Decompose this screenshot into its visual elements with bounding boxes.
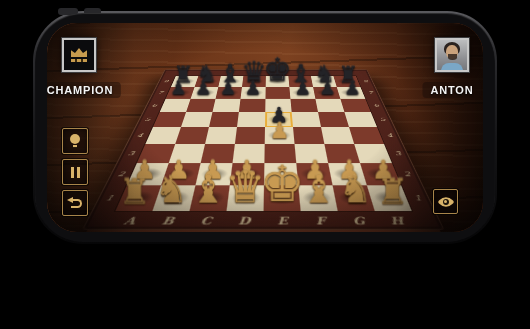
file-label-b: B xyxy=(147,215,188,227)
rank-label-4: 4 xyxy=(379,133,400,138)
piece-black-pawn-h7[interactable]: ♟ xyxy=(337,87,366,99)
rank-label-5: 5 xyxy=(373,117,393,122)
player-right-name: ANTON xyxy=(423,82,482,98)
file-labels: ABCDEFGH xyxy=(108,213,419,228)
board-pieces: ♜♞♝♛♚♝♞♜♟♟♟♟♟♟♟♟♟♟♟♟♟♟♟♟♜♞♝♛♚♝♞♜ xyxy=(115,76,411,211)
board-scene: ♜♞♝♛♚♝♞♜♟♟♟♟♟♟♟♟♟♟♟♟♟♟♟♟♜♞♝♛♚♝♞♜ ABCDEFG… xyxy=(47,23,483,232)
player-left-name: CHAMPION xyxy=(47,82,121,98)
file-label-h: H xyxy=(376,215,418,227)
file-label-a: A xyxy=(109,215,152,227)
player-photo xyxy=(437,40,467,70)
rank-label-6: 6 xyxy=(367,103,385,107)
lightbulb-icon xyxy=(70,134,81,148)
chess-board: ♜♞♝♛♚♝♞♜♟♟♟♟♟♟♟♟♟♟♟♟♟♟♟♟♜♞♝♛♚♝♞♜ ABCDEFG… xyxy=(82,70,445,230)
player-left-avatar xyxy=(62,38,96,72)
player-right-avatar xyxy=(435,38,469,72)
eye-icon xyxy=(437,193,454,210)
crown-icon xyxy=(70,48,88,62)
file-label-d: D xyxy=(225,215,264,227)
piece-white-rook-h1[interactable]: ♜ xyxy=(367,185,412,211)
view-button[interactable] xyxy=(433,189,458,214)
piece-black-pawn-d7[interactable]: ♟ xyxy=(241,87,266,99)
undo-button[interactable] xyxy=(62,190,88,216)
rank-label-6: 6 xyxy=(145,103,164,107)
rank-label-5: 5 xyxy=(138,117,158,122)
undo-arrow-icon xyxy=(68,198,82,209)
file-label-e: E xyxy=(263,215,302,227)
rank-label-4: 4 xyxy=(129,133,150,138)
stage: ♜♞♝♛♚♝♞♜♟♟♟♟♟♟♟♟♟♟♟♟♟♟♟♟♜♞♝♛♚♝♞♜ ABCDEFG… xyxy=(0,0,530,329)
file-label-g: G xyxy=(338,215,379,227)
phone-frame: ♜♞♝♛♚♝♞♜♟♟♟♟♟♟♟♟♟♟♟♟♟♟♟♟♜♞♝♛♚♝♞♜ ABCDEFG… xyxy=(33,11,497,244)
pause-button[interactable] xyxy=(62,159,88,185)
app-screen: ♜♞♝♛♚♝♞♜♟♟♟♟♟♟♟♟♟♟♟♟♟♟♟♟♜♞♝♛♚♝♞♜ ABCDEFG… xyxy=(47,23,483,232)
phone-bezel: ♜♞♝♛♚♝♞♜♟♟♟♟♟♟♟♟♟♟♟♟♟♟♟♟♜♞♝♛♚♝♞♜ ABCDEFG… xyxy=(35,13,495,242)
piece-white-pawn-e4[interactable]: ♟ xyxy=(265,127,295,144)
file-label-c: C xyxy=(186,215,226,227)
hint-button[interactable] xyxy=(62,128,88,154)
pause-icon xyxy=(69,167,81,178)
file-label-f: F xyxy=(301,215,341,227)
